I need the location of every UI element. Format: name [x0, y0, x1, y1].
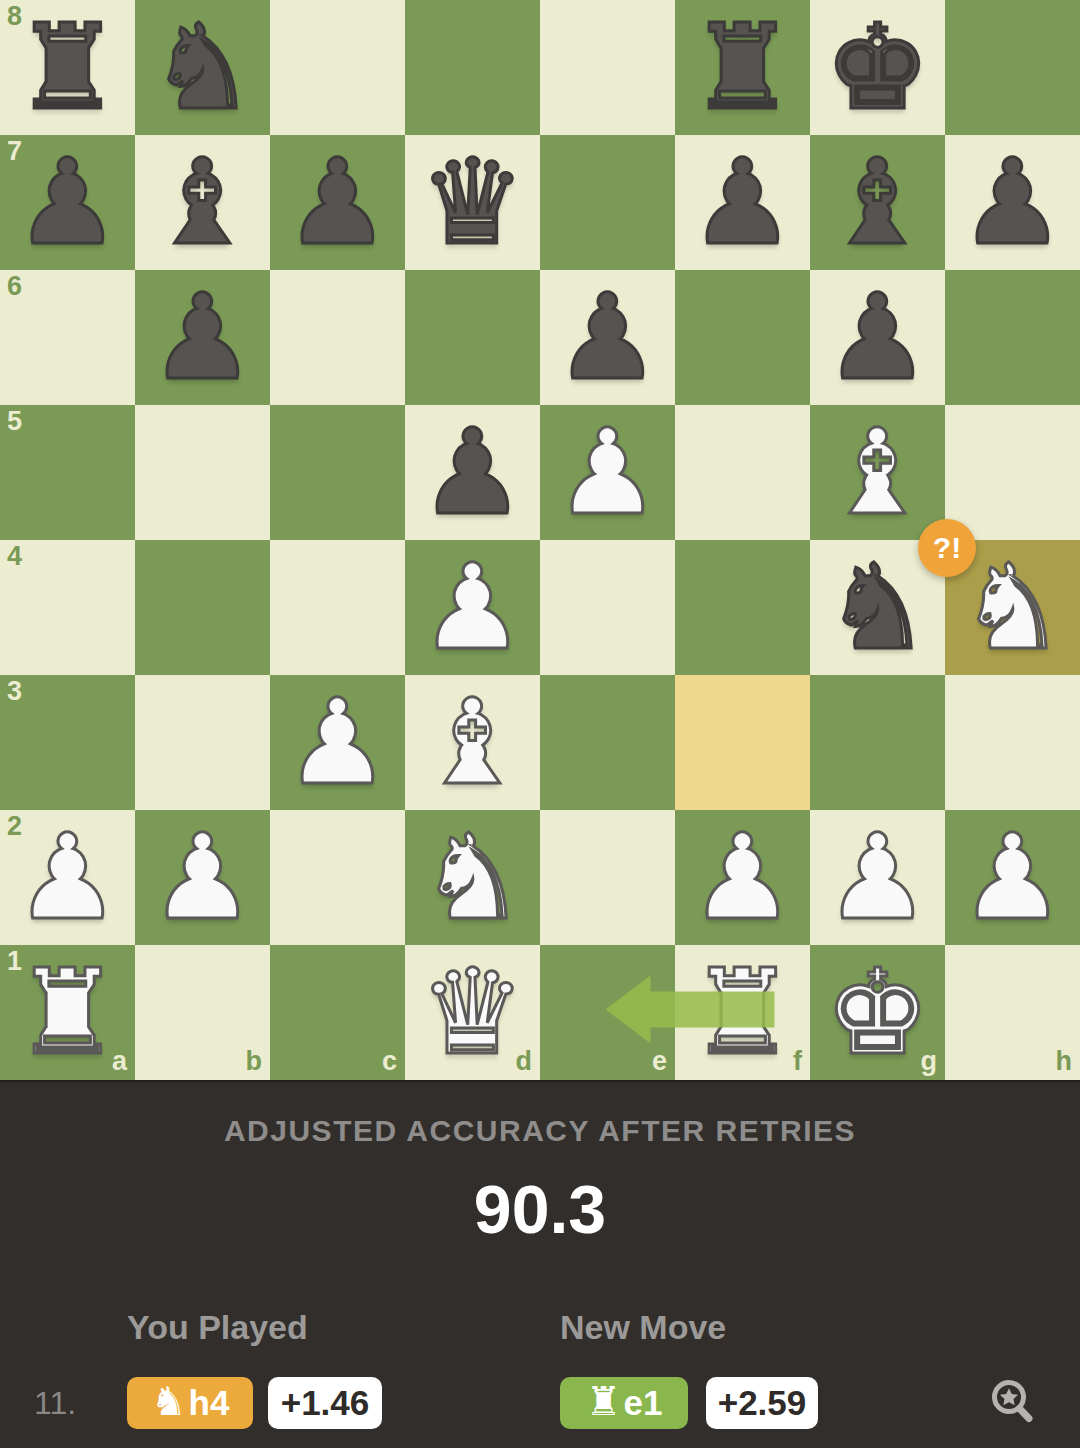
square-f8[interactable]: ♜: [675, 0, 810, 135]
suggested-move-text: e1: [623, 1383, 662, 1423]
square-e6[interactable]: ♟: [540, 270, 675, 405]
square-d7[interactable]: ♛: [405, 135, 540, 270]
piece-bp-a7[interactable]: ♟: [0, 135, 135, 270]
square-g1[interactable]: g♚: [810, 945, 945, 1080]
piece-bp-d5[interactable]: ♟: [405, 405, 540, 540]
accuracy-label: ADJUSTED ACCURACY AFTER RETRIES: [0, 1114, 1080, 1148]
file-label-h: h: [1056, 1048, 1073, 1075]
piece-wp-h2[interactable]: ♟: [945, 810, 1080, 945]
piece-wk-g1[interactable]: ♚: [810, 945, 945, 1080]
square-b4[interactable]: [135, 540, 270, 675]
piece-bk-g8[interactable]: ♚: [810, 0, 945, 135]
square-b8[interactable]: ♞: [135, 0, 270, 135]
rank-label-3: 3: [7, 678, 22, 705]
square-h1[interactable]: h: [945, 945, 1080, 1080]
file-label-c: c: [382, 1048, 397, 1075]
square-h6[interactable]: [945, 270, 1080, 405]
piece-bb-g7[interactable]: ♝: [810, 135, 945, 270]
rook-icon: ♜: [586, 1381, 622, 1421]
square-f6[interactable]: [675, 270, 810, 405]
piece-wp-b2[interactable]: ♟: [135, 810, 270, 945]
square-c1[interactable]: c: [270, 945, 405, 1080]
piece-br-f8[interactable]: ♜: [675, 0, 810, 135]
square-a5[interactable]: 5: [0, 405, 135, 540]
piece-bp-e6[interactable]: ♟: [540, 270, 675, 405]
square-c8[interactable]: [270, 0, 405, 135]
piece-bp-c7[interactable]: ♟: [270, 135, 405, 270]
piece-bp-f7[interactable]: ♟: [675, 135, 810, 270]
square-a8[interactable]: 8♜: [0, 0, 135, 135]
suggested-eval-value: +2.59: [718, 1383, 807, 1423]
square-g7[interactable]: ♝: [810, 135, 945, 270]
file-label-e: e: [652, 1048, 667, 1075]
square-b3[interactable]: [135, 675, 270, 810]
square-e8[interactable]: [540, 0, 675, 135]
square-d1[interactable]: d♛: [405, 945, 540, 1080]
square-d6[interactable]: [405, 270, 540, 405]
piece-bb-b7[interactable]: ♝: [135, 135, 270, 270]
piece-wp-a2[interactable]: ♟: [0, 810, 135, 945]
rank-label-4: 4: [7, 543, 22, 570]
square-g6[interactable]: ♟: [810, 270, 945, 405]
square-g5[interactable]: ♝: [810, 405, 945, 540]
square-e4[interactable]: [540, 540, 675, 675]
played-move-text: h4: [189, 1383, 230, 1423]
piece-wp-d4[interactable]: ♟: [405, 540, 540, 675]
piece-bp-h7[interactable]: ♟: [945, 135, 1080, 270]
square-f7[interactable]: ♟: [675, 135, 810, 270]
square-c4[interactable]: [270, 540, 405, 675]
square-a7[interactable]: 7♟: [0, 135, 135, 270]
analysis-panel: ADJUSTED ACCURACY AFTER RETRIES 90.3 You…: [0, 1080, 1080, 1448]
square-d3[interactable]: ♝: [405, 675, 540, 810]
played-eval-value: +1.46: [281, 1383, 370, 1423]
piece-wp-c3[interactable]: ♟: [270, 675, 405, 810]
suggested-eval-pill: +2.59: [706, 1377, 818, 1429]
you-played-heading: You Played: [127, 1308, 308, 1347]
square-e2[interactable]: [540, 810, 675, 945]
inaccuracy-badge: ?!: [918, 519, 976, 577]
square-f2[interactable]: ♟: [675, 810, 810, 945]
rank-label-6: 6: [7, 273, 22, 300]
square-e5[interactable]: ♟: [540, 405, 675, 540]
move-number: 11.: [34, 1377, 76, 1429]
piece-bp-b6[interactable]: ♟: [135, 270, 270, 405]
square-f4[interactable]: [675, 540, 810, 675]
piece-wn-d2[interactable]: ♞: [405, 810, 540, 945]
played-move-chip[interactable]: ♞h4: [127, 1377, 253, 1429]
square-a1[interactable]: 1a♜: [0, 945, 135, 1080]
square-g2[interactable]: ♟: [810, 810, 945, 945]
square-h3[interactable]: [945, 675, 1080, 810]
square-d2[interactable]: ♞: [405, 810, 540, 945]
knight-icon: ♞: [151, 1381, 187, 1421]
square-f3[interactable]: [675, 675, 810, 810]
square-a2[interactable]: 2♟: [0, 810, 135, 945]
square-h8[interactable]: [945, 0, 1080, 135]
piece-wr-f1[interactable]: ♜: [675, 945, 810, 1080]
piece-wp-e5[interactable]: ♟: [540, 405, 675, 540]
new-move-heading: New Move: [560, 1308, 726, 1347]
square-g3[interactable]: [810, 675, 945, 810]
square-h2[interactable]: ♟: [945, 810, 1080, 945]
square-c5[interactable]: [270, 405, 405, 540]
piece-wb-d3[interactable]: ♝: [405, 675, 540, 810]
square-e3[interactable]: [540, 675, 675, 810]
square-b6[interactable]: ♟: [135, 270, 270, 405]
rank-label-5: 5: [7, 408, 22, 435]
square-b7[interactable]: ♝: [135, 135, 270, 270]
square-c6[interactable]: [270, 270, 405, 405]
square-a6[interactable]: 6: [0, 270, 135, 405]
square-a4[interactable]: 4: [0, 540, 135, 675]
inaccuracy-badge-label: ?!: [933, 531, 961, 565]
square-c7[interactable]: ♟: [270, 135, 405, 270]
square-a3[interactable]: 3: [0, 675, 135, 810]
square-b5[interactable]: [135, 405, 270, 540]
piece-bp-g6[interactable]: ♟: [810, 270, 945, 405]
square-d4[interactable]: ♟: [405, 540, 540, 675]
square-b2[interactable]: ♟: [135, 810, 270, 945]
square-f1[interactable]: f♜: [675, 945, 810, 1080]
piece-br-a8[interactable]: ♜: [0, 0, 135, 135]
square-c2[interactable]: [270, 810, 405, 945]
piece-wr-a1[interactable]: ♜: [0, 945, 135, 1080]
square-e1[interactable]: e: [540, 945, 675, 1080]
square-f5[interactable]: [675, 405, 810, 540]
file-label-b: b: [246, 1048, 263, 1075]
piece-bq-d7[interactable]: ♛: [405, 135, 540, 270]
played-eval-pill: +1.46: [268, 1377, 382, 1429]
square-g8[interactable]: ♚: [810, 0, 945, 135]
square-c3[interactable]: ♟: [270, 675, 405, 810]
accuracy-value: 90.3: [0, 1170, 1080, 1248]
piece-wb-g5[interactable]: ♝: [810, 405, 945, 540]
square-h5[interactable]: [945, 405, 1080, 540]
square-d8[interactable]: [405, 0, 540, 135]
chess-board[interactable]: 8♜♞♜♚7♟♝♟♛♟♝♟6♟♟♟5♟♟♝4♟♞♞3♟♝2♟♟♞♟♟♟1a♜bc…: [0, 0, 1080, 1080]
square-b1[interactable]: b: [135, 945, 270, 1080]
piece-bn-b8[interactable]: ♞: [135, 0, 270, 135]
piece-wq-d1[interactable]: ♛: [405, 945, 540, 1080]
suggested-move-chip[interactable]: ♜e1: [560, 1377, 688, 1429]
magnifier-star-icon[interactable]: [984, 1375, 1040, 1431]
square-d5[interactable]: ♟: [405, 405, 540, 540]
piece-wp-g2[interactable]: ♟: [810, 810, 945, 945]
square-h7[interactable]: ♟: [945, 135, 1080, 270]
square-e7[interactable]: [540, 135, 675, 270]
piece-wp-f2[interactable]: ♟: [675, 810, 810, 945]
